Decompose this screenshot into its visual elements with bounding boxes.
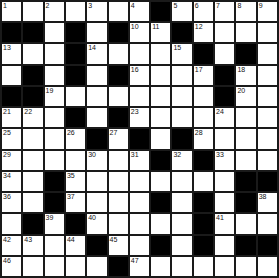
clue-number-28: 28 xyxy=(195,129,203,137)
cell-r3c9[interactable]: 17 xyxy=(194,66,213,85)
cell-r3c4[interactable] xyxy=(87,66,106,85)
cell-r3c0[interactable] xyxy=(2,66,21,85)
black-cell-r9c2 xyxy=(45,193,64,212)
cell-r9c8[interactable] xyxy=(172,193,191,212)
cell-r0c4[interactable]: 3 xyxy=(87,2,106,21)
cell-r12c10[interactable] xyxy=(215,257,234,276)
cell-r5c1[interactable]: 22 xyxy=(23,108,42,127)
clue-number-13: 13 xyxy=(3,44,11,52)
cell-r0c8[interactable]: 5 xyxy=(172,2,191,21)
black-cell-r11c7 xyxy=(151,236,170,255)
black-cell-r1c0 xyxy=(2,23,21,42)
cell-r0c12[interactable]: 9 xyxy=(258,2,277,21)
cell-r11c5[interactable]: 45 xyxy=(109,236,128,255)
cell-r1c11[interactable] xyxy=(236,23,255,42)
cell-r9c6[interactable] xyxy=(130,193,149,212)
clue-number-12: 12 xyxy=(195,23,203,31)
cell-r10c8[interactable] xyxy=(172,214,191,233)
cell-r0c3[interactable] xyxy=(66,2,85,21)
clue-number-46: 46 xyxy=(3,257,11,265)
cell-r5c7[interactable] xyxy=(151,108,170,127)
black-cell-r6c8 xyxy=(172,129,191,148)
cell-r1c12[interactable] xyxy=(258,23,277,42)
clue-number-10: 10 xyxy=(131,23,139,31)
cell-r11c2[interactable] xyxy=(45,236,64,255)
clue-number-41: 41 xyxy=(216,214,224,222)
cell-r5c2[interactable] xyxy=(45,108,64,127)
black-cell-r3c1 xyxy=(23,66,42,85)
clue-number-36: 36 xyxy=(3,193,11,201)
cell-r7c4[interactable]: 30 xyxy=(87,151,106,170)
black-cell-r9c11 xyxy=(236,193,255,212)
cell-r0c5[interactable] xyxy=(109,2,128,21)
cell-r8c0[interactable]: 34 xyxy=(2,172,21,191)
clue-number-21: 21 xyxy=(3,108,11,116)
clue-number-3: 3 xyxy=(88,2,92,10)
cell-r12c3[interactable] xyxy=(66,257,85,276)
clue-number-25: 25 xyxy=(3,129,11,137)
cell-r0c11[interactable]: 8 xyxy=(236,2,255,21)
clue-number-8: 8 xyxy=(237,2,241,10)
clue-number-22: 22 xyxy=(24,108,32,116)
cell-r4c9[interactable] xyxy=(194,87,213,106)
cell-r6c2[interactable] xyxy=(45,129,64,148)
cell-r5c11[interactable] xyxy=(236,108,255,127)
cell-r11c6[interactable] xyxy=(130,236,149,255)
cell-r1c4[interactable] xyxy=(87,23,106,42)
cell-r8c3[interactable]: 35 xyxy=(66,172,85,191)
clue-number-11: 11 xyxy=(152,23,159,31)
cell-r9c12[interactable]: 38 xyxy=(258,193,277,212)
clue-number-9: 9 xyxy=(259,2,263,10)
cell-r6c10[interactable] xyxy=(215,129,234,148)
clue-number-47: 47 xyxy=(131,257,139,265)
clue-number-35: 35 xyxy=(67,172,75,180)
black-cell-r2c11 xyxy=(236,44,255,63)
cell-r5c8[interactable] xyxy=(172,108,191,127)
cell-r0c9[interactable]: 6 xyxy=(194,2,213,21)
cell-r12c6[interactable]: 47 xyxy=(130,257,149,276)
cell-r11c1[interactable]: 43 xyxy=(23,236,42,255)
cell-r12c9[interactable] xyxy=(194,257,213,276)
clue-number-7: 7 xyxy=(216,2,220,10)
cell-r12c8[interactable] xyxy=(172,257,191,276)
black-cell-r8c2 xyxy=(45,172,64,191)
clue-number-39: 39 xyxy=(46,214,54,222)
cell-r1c7[interactable]: 11 xyxy=(151,23,170,42)
cell-r10c10[interactable]: 41 xyxy=(215,214,234,233)
cell-r3c12[interactable] xyxy=(258,66,277,85)
black-cell-r8c12 xyxy=(258,172,277,191)
cell-r3c6[interactable]: 16 xyxy=(130,66,149,85)
cell-r7c0[interactable]: 29 xyxy=(2,151,21,170)
cell-r2c2[interactable] xyxy=(45,44,64,63)
cell-r2c10[interactable] xyxy=(215,44,234,63)
cell-r7c2[interactable] xyxy=(45,151,64,170)
clue-number-18: 18 xyxy=(237,66,245,74)
cell-r4c5[interactable] xyxy=(109,87,128,106)
cell-r0c6[interactable]: 4 xyxy=(130,2,149,21)
cell-r8c5[interactable] xyxy=(109,172,128,191)
clue-number-37: 37 xyxy=(67,193,75,201)
black-cell-r4c1 xyxy=(23,87,42,106)
clue-number-20: 20 xyxy=(237,87,245,95)
cell-r8c1[interactable] xyxy=(23,172,42,191)
black-cell-r3c3 xyxy=(66,66,85,85)
clue-number-45: 45 xyxy=(110,236,118,244)
cell-r8c8[interactable] xyxy=(172,172,191,191)
cell-r12c7[interactable] xyxy=(151,257,170,276)
black-cell-r6c6 xyxy=(130,129,149,148)
cell-r10c5[interactable] xyxy=(109,214,128,233)
cell-r0c10[interactable]: 7 xyxy=(215,2,234,21)
black-cell-r1c1 xyxy=(23,23,42,42)
clue-number-43: 43 xyxy=(24,236,32,244)
clue-number-44: 44 xyxy=(67,236,75,244)
clue-number-42: 42 xyxy=(3,236,11,244)
cell-r11c8[interactable] xyxy=(172,236,191,255)
cell-r7c8[interactable]: 32 xyxy=(172,151,191,170)
cell-r7c5[interactable] xyxy=(109,151,128,170)
black-cell-r10c9 xyxy=(194,214,213,233)
cell-r5c0[interactable]: 21 xyxy=(2,108,21,127)
cell-r8c10[interactable] xyxy=(215,172,234,191)
cell-r10c0[interactable] xyxy=(2,214,21,233)
black-cell-r8c11 xyxy=(236,172,255,191)
cell-r4c2[interactable]: 19 xyxy=(45,87,64,106)
cell-r10c12[interactable] xyxy=(258,214,277,233)
cell-r6c1[interactable] xyxy=(23,129,42,148)
cell-r5c6[interactable]: 23 xyxy=(130,108,149,127)
cell-r4c11[interactable]: 20 xyxy=(236,87,255,106)
black-cell-r6c4 xyxy=(87,129,106,148)
cell-r12c2[interactable] xyxy=(45,257,64,276)
cell-r9c5[interactable] xyxy=(109,193,128,212)
clue-number-24: 24 xyxy=(216,108,224,116)
cell-r12c0[interactable]: 46 xyxy=(2,257,21,276)
cell-r8c9[interactable] xyxy=(194,172,213,191)
black-cell-r2c9 xyxy=(194,44,213,63)
cell-r11c10[interactable] xyxy=(215,236,234,255)
cell-r6c5[interactable]: 27 xyxy=(109,129,128,148)
clue-number-33: 33 xyxy=(216,151,224,159)
cell-r2c12[interactable] xyxy=(258,44,277,63)
cell-r9c1[interactable] xyxy=(23,193,42,212)
cell-r5c4[interactable] xyxy=(87,108,106,127)
cell-r1c6[interactable]: 10 xyxy=(130,23,149,42)
cell-r10c6[interactable] xyxy=(130,214,149,233)
cell-r2c7[interactable] xyxy=(151,44,170,63)
black-cell-r11c9 xyxy=(194,236,213,255)
clue-number-2: 2 xyxy=(46,2,50,10)
clue-number-27: 27 xyxy=(110,129,118,137)
black-cell-r1c8 xyxy=(172,23,191,42)
cell-r9c10[interactable] xyxy=(215,193,234,212)
cell-r6c3[interactable]: 26 xyxy=(66,129,85,148)
cell-r3c7[interactable] xyxy=(151,66,170,85)
cell-r3c11[interactable]: 18 xyxy=(236,66,255,85)
cell-r0c0[interactable]: 1 xyxy=(2,2,21,21)
cell-r4c3[interactable] xyxy=(66,87,85,106)
cell-r7c3[interactable] xyxy=(66,151,85,170)
cell-r1c10[interactable] xyxy=(215,23,234,42)
cell-r9c4[interactable] xyxy=(87,193,106,212)
clue-number-1: 1 xyxy=(3,2,7,10)
clue-number-30: 30 xyxy=(88,151,96,159)
cell-r8c4[interactable] xyxy=(87,172,106,191)
black-cell-r7c9 xyxy=(194,151,213,170)
cell-r5c10[interactable]: 24 xyxy=(215,108,234,127)
cell-r4c12[interactable] xyxy=(258,87,277,106)
cell-r7c10[interactable]: 33 xyxy=(215,151,234,170)
clue-number-32: 32 xyxy=(173,151,181,159)
black-cell-r10c3 xyxy=(66,214,85,233)
clue-number-17: 17 xyxy=(195,66,203,74)
black-cell-r11c12 xyxy=(258,236,277,255)
cell-r6c12[interactable] xyxy=(258,129,277,148)
cell-r0c1[interactable] xyxy=(23,2,42,21)
black-cell-r5c3 xyxy=(66,108,85,127)
cell-r10c11[interactable] xyxy=(236,214,255,233)
clue-number-23: 23 xyxy=(131,108,139,116)
black-cell-r5c5 xyxy=(109,108,128,127)
clue-number-38: 38 xyxy=(259,193,267,201)
black-cell-r2c3 xyxy=(66,44,85,63)
black-cell-r4c0 xyxy=(2,87,21,106)
cell-r9c3[interactable]: 37 xyxy=(66,193,85,212)
crossword-grid: 1234567891011121314151617181920212223242… xyxy=(0,0,279,278)
cell-r7c11[interactable] xyxy=(236,151,255,170)
cell-r6c7[interactable] xyxy=(151,129,170,148)
cell-r8c6[interactable] xyxy=(130,172,149,191)
black-cell-r9c9 xyxy=(194,193,213,212)
clue-number-31: 31 xyxy=(131,151,139,159)
cell-r10c7[interactable] xyxy=(151,214,170,233)
cell-r6c11[interactable] xyxy=(236,129,255,148)
black-cell-r4c10 xyxy=(215,87,234,106)
cell-r2c5[interactable] xyxy=(109,44,128,63)
cell-r5c9[interactable] xyxy=(194,108,213,127)
black-cell-r11c11 xyxy=(236,236,255,255)
clue-number-4: 4 xyxy=(131,2,135,10)
cell-r12c1[interactable] xyxy=(23,257,42,276)
cell-r12c11[interactable] xyxy=(236,257,255,276)
clue-number-14: 14 xyxy=(88,44,96,52)
black-cell-r10c1 xyxy=(23,214,42,233)
cell-r7c6[interactable]: 31 xyxy=(130,151,149,170)
cell-r1c2[interactable] xyxy=(45,23,64,42)
clue-number-6: 6 xyxy=(195,2,199,10)
cell-r2c1[interactable] xyxy=(23,44,42,63)
black-cell-r0c7 xyxy=(151,2,170,21)
black-cell-r12c5 xyxy=(109,257,128,276)
cell-r3c2[interactable] xyxy=(45,66,64,85)
cell-r10c4[interactable]: 40 xyxy=(87,214,106,233)
cell-r2c8[interactable]: 15 xyxy=(172,44,191,63)
clue-number-15: 15 xyxy=(173,44,181,52)
black-cell-r11c4 xyxy=(87,236,106,255)
cell-r2c6[interactable] xyxy=(130,44,149,63)
cell-r11c0[interactable]: 42 xyxy=(2,236,21,255)
clue-number-26: 26 xyxy=(67,129,75,137)
black-cell-r1c5 xyxy=(109,23,128,42)
cell-r12c12[interactable] xyxy=(258,257,277,276)
clue-number-19: 19 xyxy=(46,87,54,95)
cell-r7c12[interactable] xyxy=(258,151,277,170)
cell-r10c2[interactable]: 39 xyxy=(45,214,64,233)
cell-r4c4[interactable] xyxy=(87,87,106,106)
black-cell-r3c10 xyxy=(215,66,234,85)
cell-r7c1[interactable] xyxy=(23,151,42,170)
cell-r0c2[interactable]: 2 xyxy=(45,2,64,21)
black-cell-r7c7 xyxy=(151,151,170,170)
cell-r11c3[interactable]: 44 xyxy=(66,236,85,255)
cell-r8c7[interactable] xyxy=(151,172,170,191)
clue-number-16: 16 xyxy=(131,66,139,74)
black-cell-r9c7 xyxy=(151,193,170,212)
cell-r4c7[interactable] xyxy=(151,87,170,106)
clue-number-34: 34 xyxy=(3,172,11,180)
clue-number-40: 40 xyxy=(88,214,96,222)
cell-r9c0[interactable]: 36 xyxy=(2,193,21,212)
clue-number-29: 29 xyxy=(3,151,11,159)
cell-r6c9[interactable]: 28 xyxy=(194,129,213,148)
cell-r1c9[interactable]: 12 xyxy=(194,23,213,42)
cell-r6c0[interactable]: 25 xyxy=(2,129,21,148)
cell-r5c12[interactable] xyxy=(258,108,277,127)
cell-r2c4[interactable]: 14 xyxy=(87,44,106,63)
cell-r4c8[interactable] xyxy=(172,87,191,106)
cell-r4c6[interactable] xyxy=(130,87,149,106)
clue-number-5: 5 xyxy=(173,2,177,10)
cell-r3c8[interactable] xyxy=(172,66,191,85)
cell-r2c0[interactable]: 13 xyxy=(2,44,21,63)
cell-r12c4[interactable] xyxy=(87,257,106,276)
black-cell-r1c3 xyxy=(66,23,85,42)
black-cell-r3c5 xyxy=(109,66,128,85)
